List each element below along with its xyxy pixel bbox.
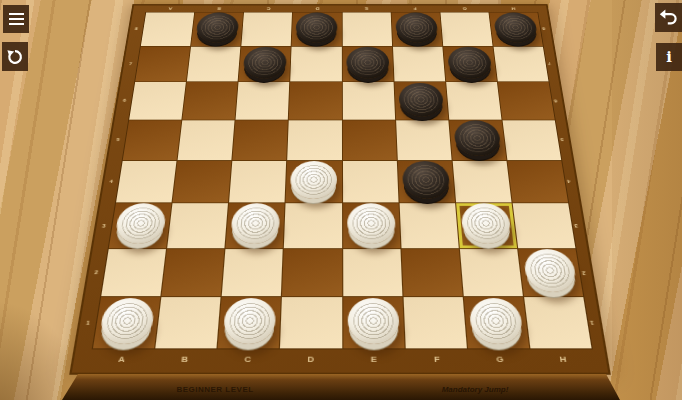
square-G2: [460, 249, 523, 297]
square-G8: [440, 12, 492, 45]
square-H2[interactable]: [518, 249, 583, 297]
menu-button[interactable]: [3, 5, 29, 33]
piece-black-man[interactable]: [296, 13, 338, 43]
file-labels-bottom: ABCDEFGH: [89, 351, 596, 368]
level-label: BEGINNER LEVEL: [150, 385, 280, 394]
file-label-D: D: [279, 351, 342, 368]
board-front-face: BEGINNER LEVEL Mandatory Jump!: [58, 374, 624, 400]
piece-white-man[interactable]: [230, 204, 280, 244]
file-label-H: H: [530, 351, 595, 368]
square-H5: [502, 120, 561, 159]
square-A8: [141, 12, 194, 45]
square-E7[interactable]: [342, 46, 393, 81]
file-label-C: C: [215, 351, 279, 368]
square-B8[interactable]: [191, 12, 243, 45]
square-E2: [343, 249, 402, 297]
square-F8[interactable]: [391, 12, 442, 45]
square-C6: [236, 82, 290, 119]
file-label-E: E: [342, 351, 405, 368]
square-C7[interactable]: [239, 46, 291, 81]
square-F4[interactable]: [397, 161, 454, 203]
restart-icon: [6, 48, 24, 66]
board-scene: ABCDEFGH ABCDEFGH 87654321 87654321: [105, 0, 575, 390]
square-D4[interactable]: [286, 161, 342, 203]
square-F7: [393, 46, 445, 81]
checkers-board: ABCDEFGH ABCDEFGH 87654321 87654321: [69, 4, 611, 375]
piece-black-man[interactable]: [398, 83, 444, 117]
piece-white-man[interactable]: [98, 298, 156, 344]
square-B6[interactable]: [183, 82, 238, 119]
square-E5[interactable]: [342, 120, 396, 159]
square-G1[interactable]: [464, 297, 530, 348]
info-button[interactable]: i: [656, 43, 682, 71]
square-G7[interactable]: [443, 46, 497, 81]
square-A6: [129, 82, 186, 119]
piece-white-man[interactable]: [522, 249, 578, 292]
mandatory-jump-message: Mandatory Jump!: [410, 385, 540, 394]
square-H4[interactable]: [507, 161, 568, 203]
file-label-G: G: [468, 351, 533, 368]
square-C3[interactable]: [226, 203, 285, 248]
square-F6[interactable]: [394, 82, 448, 119]
piece-black-man[interactable]: [401, 161, 450, 199]
piece-white-man[interactable]: [290, 161, 337, 199]
piece-black-man[interactable]: [243, 47, 287, 79]
square-F3: [399, 203, 458, 248]
square-C1[interactable]: [218, 297, 281, 348]
square-D6[interactable]: [289, 82, 341, 119]
square-B1: [155, 297, 220, 348]
square-B7: [187, 46, 241, 81]
square-E6: [342, 82, 394, 119]
square-A3[interactable]: [109, 203, 172, 248]
piece-white-man[interactable]: [347, 298, 399, 344]
piece-white-man[interactable]: [223, 298, 277, 344]
checkers-app-window: ABCDEFGH ABCDEFGH 87654321 87654321 BEGI…: [0, 0, 682, 400]
restart-button[interactable]: [2, 42, 28, 71]
file-label-B: B: [152, 351, 217, 368]
square-A5[interactable]: [123, 120, 182, 159]
square-H8[interactable]: [489, 12, 542, 45]
square-B2[interactable]: [162, 249, 225, 297]
square-F2[interactable]: [401, 249, 462, 297]
piece-black-man[interactable]: [346, 47, 389, 79]
square-G6: [446, 82, 501, 119]
square-C2: [222, 249, 283, 297]
square-G5[interactable]: [449, 120, 506, 159]
square-F5: [396, 120, 452, 159]
piece-black-man[interactable]: [453, 121, 502, 157]
square-D2[interactable]: [282, 249, 341, 297]
file-label-A: A: [89, 351, 154, 368]
square-A7[interactable]: [135, 46, 190, 81]
square-G4: [452, 161, 511, 203]
square-H1: [524, 297, 592, 348]
square-C8: [242, 12, 293, 45]
hamburger-icon: [9, 13, 24, 26]
piece-white-man[interactable]: [460, 204, 512, 244]
square-A2: [101, 249, 166, 297]
square-E3[interactable]: [343, 203, 400, 248]
piece-black-man[interactable]: [195, 13, 239, 43]
square-G3[interactable]: [456, 203, 517, 248]
square-H6[interactable]: [498, 82, 555, 119]
square-B3: [167, 203, 228, 248]
piece-white-man[interactable]: [347, 204, 396, 244]
square-E4: [342, 161, 398, 203]
file-label-F: F: [405, 351, 469, 368]
square-E8: [342, 12, 391, 45]
square-C4: [229, 161, 286, 203]
square-H3: [513, 203, 576, 248]
square-D5: [288, 120, 342, 159]
info-icon: i: [666, 50, 672, 65]
square-A1[interactable]: [93, 297, 160, 348]
square-F1: [403, 297, 466, 348]
square-A4: [116, 161, 177, 203]
square-C5[interactable]: [233, 120, 288, 159]
piece-black-man[interactable]: [493, 13, 539, 43]
square-D7: [291, 46, 342, 81]
piece-white-man[interactable]: [468, 298, 524, 344]
undo-icon: [659, 8, 678, 27]
square-D1: [280, 297, 341, 348]
square-D3: [284, 203, 341, 248]
piece-black-man[interactable]: [395, 13, 438, 43]
square-B4[interactable]: [173, 161, 232, 203]
square-D8[interactable]: [292, 12, 341, 45]
piece-black-man[interactable]: [447, 47, 493, 79]
piece-white-man[interactable]: [114, 204, 168, 244]
undo-button[interactable]: [655, 3, 682, 32]
square-E1[interactable]: [343, 297, 404, 348]
square-B5: [178, 120, 235, 159]
square-H7: [493, 46, 548, 81]
board-grid: [92, 12, 593, 350]
